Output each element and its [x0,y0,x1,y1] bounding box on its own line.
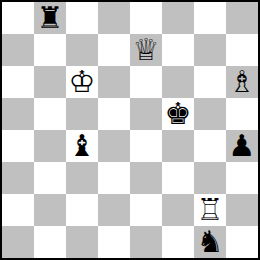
square-c6[interactable]: ♔ [66,66,98,98]
piece-white-queen: ♕ [133,34,160,66]
square-h4[interactable]: ♟ [226,130,258,162]
square-b8[interactable]: ♜ [34,2,66,34]
piece-white-bishop: ♗ [229,66,256,98]
square-b7[interactable] [34,34,66,66]
square-e7[interactable]: ♕ [130,34,162,66]
square-g3[interactable] [194,162,226,194]
square-a3[interactable] [2,162,34,194]
square-g5[interactable] [194,98,226,130]
square-e6[interactable] [130,66,162,98]
piece-white-rook: ♖ [197,194,224,226]
piece-black-rook: ♜ [37,2,64,34]
piece-black-knight: ♞ [197,226,224,258]
square-a8[interactable] [2,2,34,34]
square-h6[interactable]: ♗ [226,66,258,98]
square-c5[interactable] [66,98,98,130]
square-f8[interactable] [162,2,194,34]
piece-black-bishop: ♝ [69,130,96,162]
square-f3[interactable] [162,162,194,194]
square-b6[interactable] [34,66,66,98]
square-d5[interactable] [98,98,130,130]
piece-white-king: ♔ [69,66,96,98]
square-d8[interactable] [98,2,130,34]
square-b5[interactable] [34,98,66,130]
square-d2[interactable] [98,194,130,226]
square-d7[interactable] [98,34,130,66]
square-h7[interactable] [226,34,258,66]
square-f1[interactable] [162,226,194,258]
square-d3[interactable] [98,162,130,194]
square-c2[interactable] [66,194,98,226]
square-a1[interactable] [2,226,34,258]
square-g1[interactable]: ♞ [194,226,226,258]
square-b4[interactable] [34,130,66,162]
square-e2[interactable] [130,194,162,226]
square-e3[interactable] [130,162,162,194]
square-c4[interactable]: ♝ [66,130,98,162]
square-f7[interactable] [162,34,194,66]
square-h2[interactable] [226,194,258,226]
chess-board-frame: ♜♕♔♗♚♝♟♖♞ [0,0,260,260]
square-e5[interactable] [130,98,162,130]
square-c3[interactable] [66,162,98,194]
square-g6[interactable] [194,66,226,98]
square-b1[interactable] [34,226,66,258]
square-g4[interactable] [194,130,226,162]
square-f4[interactable] [162,130,194,162]
square-e8[interactable] [130,2,162,34]
square-d6[interactable] [98,66,130,98]
square-d1[interactable] [98,226,130,258]
square-f5[interactable]: ♚ [162,98,194,130]
square-f6[interactable] [162,66,194,98]
square-h8[interactable] [226,2,258,34]
chess-board: ♜♕♔♗♚♝♟♖♞ [2,2,258,258]
square-g2[interactable]: ♖ [194,194,226,226]
square-a5[interactable] [2,98,34,130]
square-d4[interactable] [98,130,130,162]
square-a4[interactable] [2,130,34,162]
square-b3[interactable] [34,162,66,194]
square-a7[interactable] [2,34,34,66]
square-f2[interactable] [162,194,194,226]
square-c7[interactable] [66,34,98,66]
square-a2[interactable] [2,194,34,226]
square-h5[interactable] [226,98,258,130]
square-h1[interactable] [226,226,258,258]
square-c1[interactable] [66,226,98,258]
square-b2[interactable] [34,194,66,226]
square-h3[interactable] [226,162,258,194]
piece-black-king: ♚ [165,98,192,130]
square-c8[interactable] [66,2,98,34]
square-g7[interactable] [194,34,226,66]
square-g8[interactable] [194,2,226,34]
piece-black-pawn: ♟ [229,130,256,162]
square-a6[interactable] [2,66,34,98]
square-e1[interactable] [130,226,162,258]
square-e4[interactable] [130,130,162,162]
